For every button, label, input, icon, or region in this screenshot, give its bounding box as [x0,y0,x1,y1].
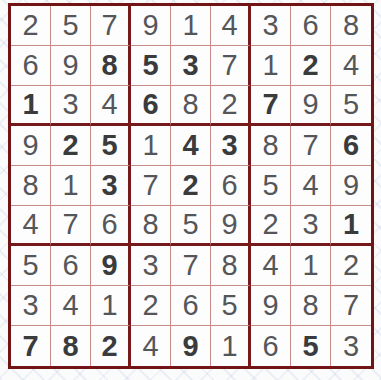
cell-r3c8[interactable]: 9 [291,86,331,126]
cell-r3c7[interactable]: 7 [251,86,291,126]
cell-r4c5[interactable]: 4 [171,126,211,166]
cell-r1c4[interactable]: 9 [131,6,171,46]
cell-r3c9[interactable]: 5 [331,86,371,126]
sudoku-board: 2579143686985371241346827959251438768137… [8,3,374,369]
cell-r9c8[interactable]: 5 [291,326,331,366]
cell-r5c8[interactable]: 4 [291,166,331,206]
cell-r7c9[interactable]: 2 [331,246,371,286]
cell-r2c5[interactable]: 3 [171,46,211,86]
cell-r4c7[interactable]: 8 [251,126,291,166]
cell-r1c8[interactable]: 6 [291,6,331,46]
cell-r8c5[interactable]: 6 [171,286,211,326]
cell-r1c2[interactable]: 5 [51,6,91,46]
cell-r9c9[interactable]: 3 [331,326,371,366]
cell-r4c9[interactable]: 6 [331,126,371,166]
cell-r7c6[interactable]: 8 [211,246,251,286]
cell-r1c3[interactable]: 7 [91,6,131,46]
cell-r7c2[interactable]: 6 [51,246,91,286]
cell-r6c8[interactable]: 3 [291,206,331,246]
cell-r4c1[interactable]: 9 [11,126,51,166]
cell-r7c4[interactable]: 3 [131,246,171,286]
cell-r6c1[interactable]: 4 [11,206,51,246]
cell-r3c2[interactable]: 3 [51,86,91,126]
cell-r6c3[interactable]: 6 [91,206,131,246]
cell-r6c9[interactable]: 1 [331,206,371,246]
cell-r7c5[interactable]: 7 [171,246,211,286]
cell-r4c6[interactable]: 3 [211,126,251,166]
cell-r7c8[interactable]: 1 [291,246,331,286]
cell-r9c1[interactable]: 7 [11,326,51,366]
cell-r5c1[interactable]: 8 [11,166,51,206]
cell-r4c8[interactable]: 7 [291,126,331,166]
cell-r2c8[interactable]: 2 [291,46,331,86]
cell-r6c7[interactable]: 2 [251,206,291,246]
cell-r3c3[interactable]: 4 [91,86,131,126]
cell-r7c7[interactable]: 4 [251,246,291,286]
cell-r2c9[interactable]: 4 [331,46,371,86]
cell-r8c9[interactable]: 7 [331,286,371,326]
cell-r3c1[interactable]: 1 [11,86,51,126]
cell-r5c2[interactable]: 1 [51,166,91,206]
cell-r7c1[interactable]: 5 [11,246,51,286]
cell-r8c4[interactable]: 2 [131,286,171,326]
cell-r5c7[interactable]: 5 [251,166,291,206]
cell-r8c3[interactable]: 1 [91,286,131,326]
cell-r3c5[interactable]: 8 [171,86,211,126]
cell-r8c2[interactable]: 4 [51,286,91,326]
cell-r6c4[interactable]: 8 [131,206,171,246]
cell-r6c6[interactable]: 9 [211,206,251,246]
cell-r9c3[interactable]: 2 [91,326,131,366]
cell-r3c6[interactable]: 2 [211,86,251,126]
cell-r6c5[interactable]: 5 [171,206,211,246]
cell-r9c5[interactable]: 9 [171,326,211,366]
cell-r2c2[interactable]: 9 [51,46,91,86]
cell-r8c8[interactable]: 8 [291,286,331,326]
cell-r4c2[interactable]: 2 [51,126,91,166]
cell-r5c3[interactable]: 3 [91,166,131,206]
cell-r9c7[interactable]: 6 [251,326,291,366]
cell-r1c7[interactable]: 3 [251,6,291,46]
cell-r4c4[interactable]: 1 [131,126,171,166]
cell-r1c1[interactable]: 2 [11,6,51,46]
cell-r1c5[interactable]: 1 [171,6,211,46]
cell-r2c7[interactable]: 1 [251,46,291,86]
cell-r2c6[interactable]: 7 [211,46,251,86]
cell-r8c7[interactable]: 9 [251,286,291,326]
cell-r8c6[interactable]: 5 [211,286,251,326]
cell-r2c1[interactable]: 6 [11,46,51,86]
cell-r2c4[interactable]: 5 [131,46,171,86]
cell-r9c4[interactable]: 4 [131,326,171,366]
cell-r2c3[interactable]: 8 [91,46,131,86]
cell-r1c6[interactable]: 4 [211,6,251,46]
cell-r5c4[interactable]: 7 [131,166,171,206]
cell-r6c2[interactable]: 7 [51,206,91,246]
cell-r5c5[interactable]: 2 [171,166,211,206]
cell-r7c3[interactable]: 9 [91,246,131,286]
cell-r8c1[interactable]: 3 [11,286,51,326]
cell-r5c9[interactable]: 9 [331,166,371,206]
cell-r9c6[interactable]: 1 [211,326,251,366]
cell-r5c6[interactable]: 6 [211,166,251,206]
cell-r1c9[interactable]: 8 [331,6,371,46]
cell-r4c3[interactable]: 5 [91,126,131,166]
cell-r9c2[interactable]: 8 [51,326,91,366]
cell-r3c4[interactable]: 6 [131,86,171,126]
